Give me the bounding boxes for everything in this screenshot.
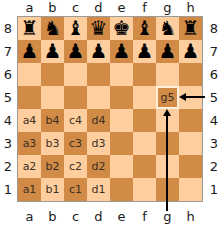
square-d4[interactable]: d4 [87, 109, 110, 132]
square-name-label-a1: a1 [18, 178, 41, 201]
square-name-label-d4: d4 [87, 109, 110, 132]
file-label-e: e [110, 0, 133, 16]
file-label-b: b [41, 208, 64, 226]
file-label-a: a [18, 0, 41, 16]
file-label-g: g [156, 0, 179, 16]
square-a4[interactable]: a4 [18, 109, 41, 132]
square-d2[interactable]: d2 [87, 155, 110, 178]
rank-label-7: 7 [205, 40, 223, 63]
square-d6[interactable] [87, 63, 110, 86]
black-pawn-g7: ♟ [156, 40, 179, 63]
square-b6[interactable] [41, 63, 64, 86]
file-label-c: c [64, 208, 87, 226]
square-f3[interactable] [133, 132, 156, 155]
rank-label-4: 4 [0, 109, 16, 132]
black-rook-a8: ♜ [18, 17, 41, 40]
square-name-label-a4: a4 [18, 109, 41, 132]
arrow-up-head-icon [163, 109, 171, 116]
black-queen-d8: ♛ [87, 17, 110, 40]
square-f1[interactable] [133, 178, 156, 201]
black-knight-g8: ♞ [156, 17, 179, 40]
square-name-label-g5: g5 [156, 86, 179, 109]
square-h3[interactable] [179, 132, 202, 155]
square-h6[interactable] [179, 63, 202, 86]
rank-label-1: 1 [205, 178, 223, 201]
square-b2[interactable]: b2 [41, 155, 64, 178]
square-d8[interactable]: ♛ [87, 17, 110, 40]
black-bishop-f8: ♝ [133, 17, 156, 40]
square-a1[interactable]: a1 [18, 178, 41, 201]
rank-label-3: 3 [205, 132, 223, 155]
file-label-h: h [179, 0, 202, 16]
rank-label-7: 7 [0, 40, 16, 63]
square-b7[interactable]: ♟ [41, 40, 64, 63]
black-pawn-e7: ♟ [110, 40, 133, 63]
square-b3[interactable]: b3 [41, 132, 64, 155]
arrow-left-head-icon [179, 93, 186, 101]
square-name-label-b2: b2 [41, 155, 64, 178]
arrow-rank5-to-g5-line [186, 96, 205, 98]
square-name-label-b1: b1 [41, 178, 64, 201]
rank-label-5: 5 [205, 86, 223, 109]
black-pawn-c7: ♟ [64, 40, 87, 63]
square-h1[interactable] [179, 178, 202, 201]
black-pawn-a7: ♟ [18, 40, 41, 63]
black-pawn-f7: ♟ [133, 40, 156, 63]
black-rook-h8: ♜ [179, 17, 202, 40]
square-name-label-b3: b3 [41, 132, 64, 155]
rank-label-2: 2 [0, 155, 16, 178]
square-c4[interactable]: c4 [64, 109, 87, 132]
square-f4[interactable] [133, 109, 156, 132]
square-e7[interactable]: ♟ [110, 40, 133, 63]
file-label-c: c [64, 0, 87, 16]
square-c1[interactable]: c1 [64, 178, 87, 201]
rank-label-8: 8 [0, 17, 16, 40]
square-c7[interactable]: ♟ [64, 40, 87, 63]
black-king-e8: ♚ [110, 17, 133, 40]
square-name-label-d2: d2 [87, 155, 110, 178]
square-a7[interactable]: ♟ [18, 40, 41, 63]
square-g8[interactable]: ♞ [156, 17, 179, 40]
square-name-label-c2: c2 [64, 155, 87, 178]
rank-label-1: 1 [0, 178, 16, 201]
rank-label-2: 2 [205, 155, 223, 178]
square-d5[interactable] [87, 86, 110, 109]
square-h8[interactable]: ♜ [179, 17, 202, 40]
file-label-f: f [133, 208, 156, 226]
square-name-label-c3: c3 [64, 132, 87, 155]
square-e3[interactable] [110, 132, 133, 155]
rank-label-6: 6 [0, 63, 16, 86]
square-e8[interactable]: ♚ [110, 17, 133, 40]
square-c3[interactable]: c3 [64, 132, 87, 155]
square-e2[interactable] [110, 155, 133, 178]
black-bishop-c8: ♝ [64, 17, 87, 40]
rank-label-6: 6 [205, 63, 223, 86]
square-name-label-c4: c4 [64, 109, 87, 132]
square-c5[interactable] [64, 86, 87, 109]
square-a5[interactable] [18, 86, 41, 109]
square-name-label-a2: a2 [18, 155, 41, 178]
file-labels-bottom: abcdefgh [18, 204, 202, 226]
rank-labels-right: 87654321 [205, 17, 223, 201]
file-label-a: a [18, 208, 41, 226]
square-c6[interactable] [64, 63, 87, 86]
file-label-d: d [87, 0, 110, 16]
black-pawn-h7: ♟ [179, 40, 202, 63]
square-e5[interactable] [110, 86, 133, 109]
arrow-g-file-to-g5-line [166, 115, 168, 211]
square-b1[interactable]: b1 [41, 178, 64, 201]
square-name-label-b4: b4 [41, 109, 64, 132]
chess-board: ♜♞♝♛♚♝♞♜♟♟♟♟♟♟♟♟g5a4b4c4d4a3b3c3d3a2b2c2… [17, 16, 203, 202]
chess-notation-diagram: abcdefgh 87654321 87654321 abcdefgh ♜♞♝♛… [0, 0, 223, 226]
square-e6[interactable] [110, 63, 133, 86]
square-name-label-a3: a3 [18, 132, 41, 155]
square-d3[interactable]: d3 [87, 132, 110, 155]
square-c8[interactable]: ♝ [64, 17, 87, 40]
rank-label-3: 3 [0, 132, 16, 155]
square-f8[interactable]: ♝ [133, 17, 156, 40]
square-e4[interactable] [110, 109, 133, 132]
square-h7[interactable]: ♟ [179, 40, 202, 63]
square-b5[interactable] [41, 86, 64, 109]
file-label-f: f [133, 0, 156, 16]
square-name-label-d3: d3 [87, 132, 110, 155]
file-label-e: e [110, 208, 133, 226]
file-label-b: b [41, 0, 64, 16]
square-a8[interactable]: ♜ [18, 17, 41, 40]
rank-labels-left: 87654321 [0, 17, 16, 201]
square-a2[interactable]: a2 [18, 155, 41, 178]
square-h4[interactable] [179, 109, 202, 132]
square-d1[interactable]: d1 [87, 178, 110, 201]
square-c2[interactable]: c2 [64, 155, 87, 178]
square-b4[interactable]: b4 [41, 109, 64, 132]
rank-label-5: 5 [0, 86, 16, 109]
square-f6[interactable] [133, 63, 156, 86]
square-g7[interactable]: ♟ [156, 40, 179, 63]
black-pawn-b7: ♟ [41, 40, 64, 63]
black-knight-b8: ♞ [41, 17, 64, 40]
square-g6[interactable] [156, 63, 179, 86]
square-g5[interactable]: g5 [156, 86, 179, 109]
square-a3[interactable]: a3 [18, 132, 41, 155]
square-f7[interactable]: ♟ [133, 40, 156, 63]
square-d7[interactable]: ♟ [87, 40, 110, 63]
rank-label-4: 4 [205, 109, 223, 132]
square-f2[interactable] [133, 155, 156, 178]
file-label-d: d [87, 208, 110, 226]
square-e1[interactable] [110, 178, 133, 201]
black-pawn-d7: ♟ [87, 40, 110, 63]
square-f5[interactable] [133, 86, 156, 109]
file-label-h: h [179, 208, 202, 226]
square-name-label-c1: c1 [64, 178, 87, 201]
square-b8[interactable]: ♞ [41, 17, 64, 40]
rank-label-8: 8 [205, 17, 223, 40]
square-h2[interactable] [179, 155, 202, 178]
square-a6[interactable] [18, 63, 41, 86]
square-name-label-d1: d1 [87, 178, 110, 201]
file-labels-top: abcdefgh [18, 0, 202, 16]
